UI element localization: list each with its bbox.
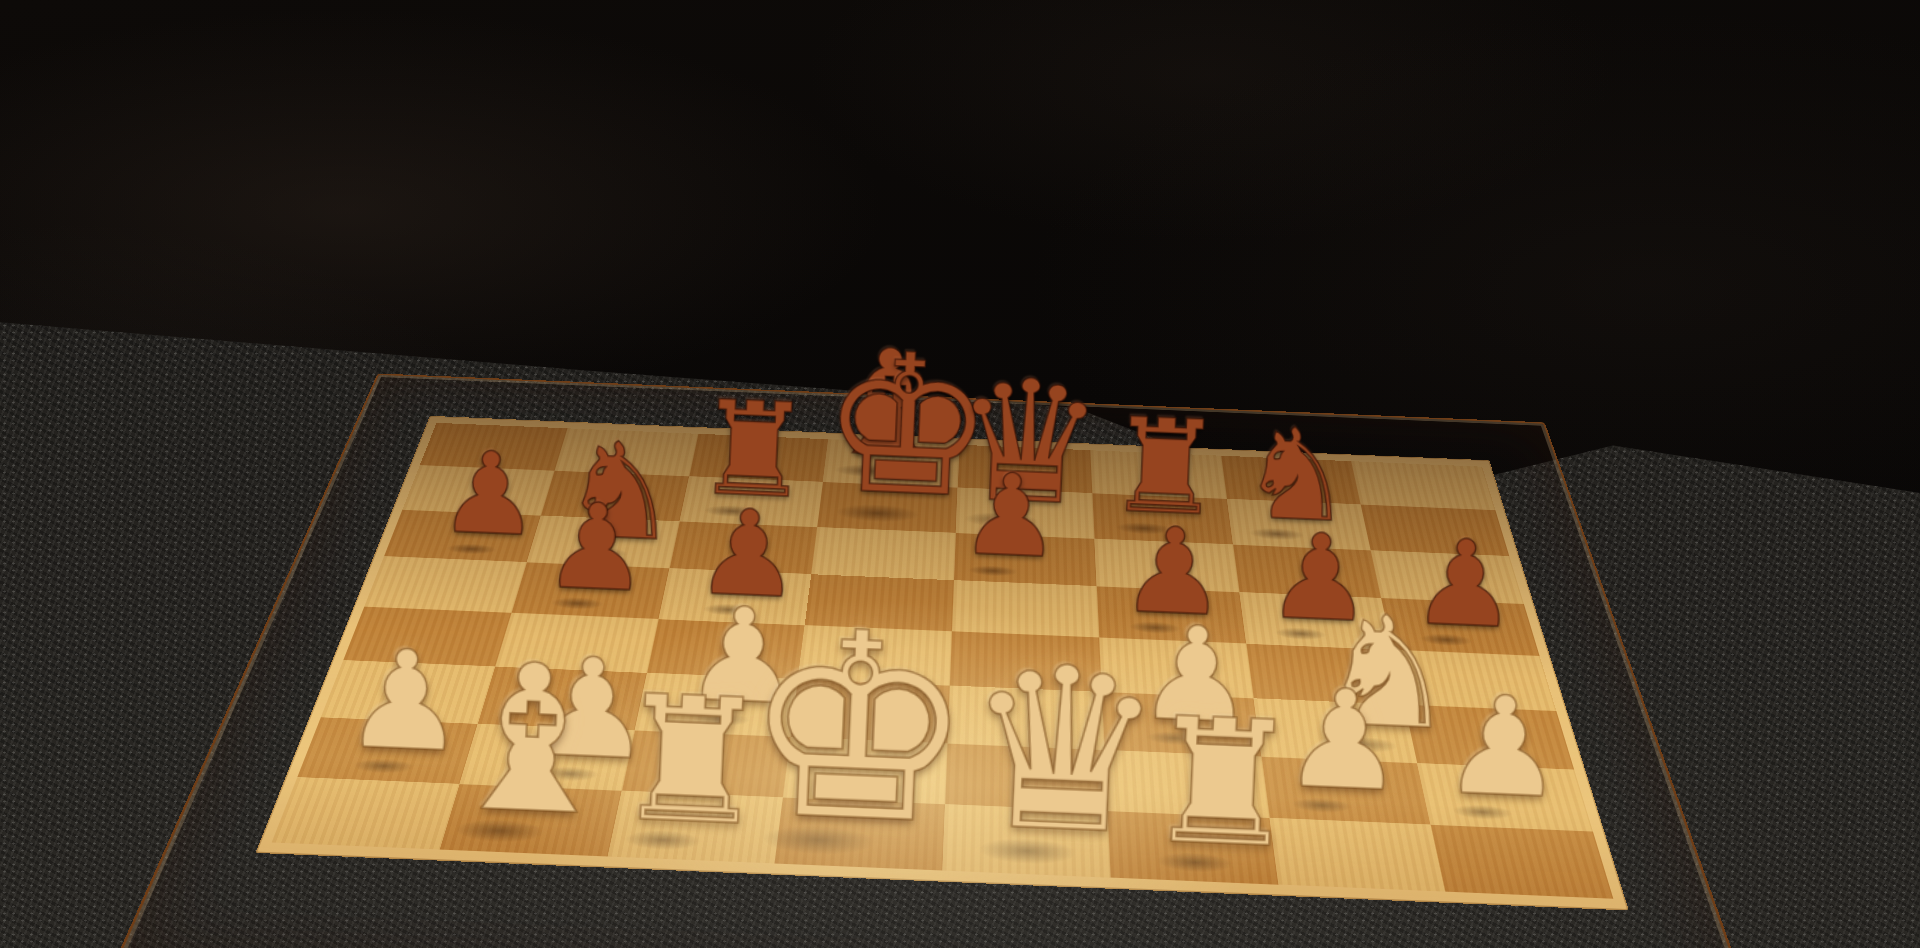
piece-anchor: ♛ <box>943 853 1109 860</box>
piece-anchor: ♟ <box>515 599 661 605</box>
square-d7[interactable]: ♚ <box>818 482 958 533</box>
square-e6[interactable]: ♟ <box>954 533 1096 587</box>
square-a6[interactable]: ♟ <box>384 509 541 562</box>
square-d6[interactable] <box>811 527 955 581</box>
piece-anchor: ♚ <box>819 515 956 521</box>
piece-anchor: ♟ <box>389 544 530 550</box>
piece-anchor: ♚ <box>777 846 943 853</box>
square-e1[interactable]: ♛ <box>943 805 1111 878</box>
white-bishop[interactable]: ♝ <box>437 639 627 839</box>
white-queen[interactable]: ♛ <box>958 640 1168 862</box>
black-pawn[interactable]: ♟ <box>541 488 651 605</box>
chess-board: ♝♜♚♛♜♞♟♞♟♟♟♟♟♟♟♟♞♟♟♟♟♝♜♚♛♜ <box>112 373 1763 948</box>
piece-anchor: ♟ <box>954 568 1095 574</box>
square-h8[interactable] <box>1351 461 1495 510</box>
square-d1[interactable]: ♚ <box>775 798 945 871</box>
white-rook[interactable]: ♜ <box>1141 697 1303 868</box>
photo-scene: ♝♜♚♛♜♞♟♞♟♟♟♟♟♟♟♟♞♟♟♟♟♝♜♚♛♜ <box>0 0 1920 948</box>
square-h1[interactable] <box>1431 825 1613 899</box>
white-king[interactable]: ♚ <box>738 600 979 854</box>
square-b5[interactable]: ♟ <box>511 563 669 619</box>
square-a1[interactable] <box>272 777 460 849</box>
piece-anchor: ♝ <box>445 832 611 839</box>
square-b1[interactable]: ♝ <box>439 784 621 856</box>
piece-anchor: ♟ <box>1427 808 1588 815</box>
board-grid: ♝♜♚♛♜♞♟♞♟♟♟♟♟♟♟♟♞♟♟♟♟♝♜♚♛♜ <box>272 423 1614 899</box>
board-playing-area: ♝♜♚♛♜♞♟♞♟♟♟♟♟♟♟♟♞♟♟♟♟♝♜♚♛♜ <box>255 416 1628 911</box>
square-a5[interactable] <box>364 557 526 613</box>
white-pawn[interactable]: ♟ <box>1440 679 1568 814</box>
square-h2[interactable]: ♟ <box>1417 763 1593 832</box>
board-3d-scene: ♝♜♚♛♜♞♟♞♟♟♟♟♟♟♟♟♞♟♟♟♟♝♜♚♛♜ <box>0 0 1920 948</box>
black-pawn[interactable]: ♟ <box>958 461 1063 572</box>
black-pawn[interactable]: ♟ <box>437 439 542 550</box>
